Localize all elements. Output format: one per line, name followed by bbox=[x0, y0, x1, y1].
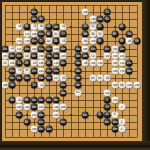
white-stone[interactable]: 202 bbox=[16, 104, 23, 111]
black-stone[interactable]: 189 bbox=[60, 89, 67, 96]
black-stone[interactable]: 133 bbox=[23, 75, 30, 82]
white-stone[interactable]: 152 bbox=[111, 45, 118, 52]
black-stone[interactable]: 81 bbox=[23, 119, 30, 126]
white-stone[interactable]: 36 bbox=[23, 67, 30, 74]
black-stone[interactable]: 83 bbox=[9, 82, 16, 89]
black-stone[interactable]: 117 bbox=[45, 45, 52, 52]
move-number: 152 bbox=[112, 47, 117, 50]
move-number: 225 bbox=[112, 128, 117, 131]
move-number: 164 bbox=[24, 106, 29, 109]
move-number: 217 bbox=[105, 121, 110, 124]
move-number: 138 bbox=[39, 62, 44, 65]
black-stone[interactable]: 53 bbox=[82, 23, 89, 30]
move-number: 159 bbox=[46, 55, 51, 58]
black-stone[interactable]: 219 bbox=[111, 119, 118, 126]
move-number: 46 bbox=[127, 40, 131, 43]
move-number: 102 bbox=[90, 62, 95, 65]
white-stone[interactable]: 168 bbox=[111, 67, 118, 74]
move-number: 105 bbox=[54, 25, 59, 28]
move-number: 27 bbox=[39, 40, 43, 43]
black-stone[interactable]: 225 bbox=[111, 126, 118, 133]
move-number: 163 bbox=[76, 55, 81, 58]
black-stone[interactable]: 191 bbox=[31, 97, 38, 104]
move-number: 186 bbox=[2, 84, 7, 87]
white-stone[interactable]: 60 bbox=[75, 89, 82, 96]
move-number: 6 bbox=[121, 128, 123, 131]
black-stone[interactable]: 19 bbox=[133, 38, 140, 45]
white-stone[interactable]: 24 bbox=[31, 60, 38, 67]
white-stone[interactable]: 32 bbox=[97, 31, 104, 38]
black-stone[interactable]: 97 bbox=[38, 16, 45, 23]
white-stone[interactable]: 76 bbox=[31, 23, 38, 30]
move-number: 214 bbox=[32, 113, 37, 116]
black-stone[interactable]: 221 bbox=[38, 126, 45, 133]
move-number: 215 bbox=[61, 121, 66, 124]
white-stone[interactable]: 30 bbox=[53, 31, 60, 38]
white-stone[interactable]: 186 bbox=[1, 82, 8, 89]
move-number: 156 bbox=[112, 55, 117, 58]
move-number: 14 bbox=[39, 84, 43, 87]
white-stone[interactable]: 58 bbox=[60, 38, 67, 45]
move-number: 111 bbox=[32, 11, 37, 14]
black-stone[interactable]: 161 bbox=[53, 53, 60, 60]
black-stone[interactable]: 95 bbox=[45, 31, 52, 38]
black-stone[interactable]: 207 bbox=[16, 111, 23, 118]
black-stone[interactable]: 185 bbox=[75, 75, 82, 82]
black-stone[interactable]: 149 bbox=[97, 16, 104, 23]
move-number: 68 bbox=[25, 54, 29, 57]
move-number: 155 bbox=[17, 55, 22, 58]
white-stone[interactable]: 6 bbox=[119, 126, 126, 133]
move-number: 123 bbox=[24, 47, 29, 50]
move-number: 51 bbox=[105, 10, 109, 13]
move-number: 11 bbox=[32, 84, 36, 87]
move-number: 202 bbox=[17, 106, 22, 109]
black-stone[interactable]: 109 bbox=[31, 16, 38, 23]
move-number: 179 bbox=[54, 69, 59, 72]
white-stone[interactable]: 206 bbox=[60, 104, 67, 111]
move-number: 112 bbox=[17, 47, 22, 50]
move-number: 38 bbox=[91, 32, 95, 35]
move-number: 80 bbox=[39, 25, 43, 28]
move-number: 92 bbox=[105, 76, 109, 79]
white-stone[interactable]: 176 bbox=[53, 45, 60, 52]
move-number: 33 bbox=[120, 40, 124, 43]
white-stone[interactable]: 126 bbox=[9, 60, 16, 67]
move-number: 118 bbox=[24, 40, 29, 43]
black-stone[interactable]: 113 bbox=[38, 31, 45, 38]
black-stone[interactable]: 241 bbox=[45, 97, 52, 104]
move-number: 189 bbox=[61, 91, 66, 94]
move-number: 29 bbox=[54, 40, 58, 43]
move-number: 53 bbox=[83, 25, 87, 28]
black-stone[interactable]: 123 bbox=[23, 45, 30, 52]
move-number: 125 bbox=[61, 47, 66, 50]
move-number: 97 bbox=[39, 18, 43, 21]
move-number: 60 bbox=[76, 91, 80, 94]
white-stone[interactable]: 106 bbox=[126, 82, 133, 89]
move-number: 36 bbox=[25, 69, 29, 72]
black-stone[interactable]: 59 bbox=[126, 31, 133, 38]
black-stone[interactable]: 7 bbox=[104, 97, 111, 104]
black-stone[interactable]: 175 bbox=[31, 67, 38, 74]
white-stone[interactable]: 134 bbox=[97, 60, 104, 67]
black-stone[interactable]: 25 bbox=[45, 60, 52, 67]
white-stone[interactable]: 158 bbox=[38, 53, 45, 60]
black-stone[interactable]: 165 bbox=[82, 53, 89, 60]
move-number: 18 bbox=[17, 25, 21, 28]
move-number: 130 bbox=[112, 99, 117, 102]
white-stone[interactable]: 4 bbox=[119, 104, 126, 111]
white-stone[interactable]: 46 bbox=[126, 38, 133, 45]
white-stone[interactable]: 62 bbox=[89, 23, 96, 30]
black-stone[interactable]: 93 bbox=[23, 97, 30, 104]
white-stone[interactable]: 108 bbox=[133, 82, 140, 89]
star-point bbox=[26, 114, 28, 116]
black-stone[interactable]: 31 bbox=[23, 23, 30, 30]
white-stone[interactable]: 164 bbox=[23, 104, 30, 111]
move-number: 204 bbox=[39, 106, 44, 109]
black-stone[interactable]: 9 bbox=[97, 111, 104, 118]
move-number: 137 bbox=[46, 77, 51, 80]
black-stone[interactable]: 99 bbox=[82, 31, 89, 38]
move-number: 35 bbox=[98, 40, 102, 43]
move-number: 133 bbox=[24, 77, 29, 80]
move-number: 241 bbox=[46, 99, 51, 102]
white-stone[interactable]: 148 bbox=[89, 16, 96, 23]
move-number: 176 bbox=[54, 47, 59, 50]
star-point bbox=[114, 26, 116, 28]
white-stone[interactable]: 92 bbox=[104, 75, 111, 82]
move-number: 207 bbox=[17, 113, 22, 116]
white-stone[interactable]: 100 bbox=[31, 45, 38, 52]
move-number: 58 bbox=[61, 40, 65, 43]
black-stone[interactable]: 163 bbox=[75, 53, 82, 60]
move-number: 198 bbox=[83, 11, 88, 14]
move-number: 117 bbox=[46, 47, 51, 50]
move-number: 16 bbox=[3, 62, 7, 65]
star-point bbox=[70, 26, 72, 28]
move-number: 205 bbox=[32, 106, 37, 109]
move-number: 230 bbox=[32, 128, 37, 131]
black-stone[interactable]: 121 bbox=[1, 45, 8, 52]
move-number: 146 bbox=[54, 62, 59, 65]
white-stone[interactable]: 50 bbox=[89, 53, 96, 60]
black-stone[interactable]: 155 bbox=[16, 53, 23, 60]
black-stone[interactable]: 87 bbox=[111, 31, 118, 38]
black-stone[interactable]: 135 bbox=[38, 75, 45, 82]
white-stone[interactable]: 42 bbox=[60, 23, 67, 30]
black-stone[interactable]: 11 bbox=[31, 82, 38, 89]
move-number: 120 bbox=[120, 55, 125, 58]
black-stone[interactable]: 35 bbox=[97, 38, 104, 45]
move-number: 128 bbox=[32, 33, 37, 36]
black-stone[interactable]: 145 bbox=[119, 45, 126, 52]
black-stone[interactable]: 217 bbox=[104, 119, 111, 126]
black-stone[interactable]: 159 bbox=[45, 53, 52, 60]
black-stone[interactable]: 21 bbox=[16, 60, 23, 67]
white-stone[interactable]: 198 bbox=[82, 9, 89, 16]
black-stone[interactable]: 169 bbox=[75, 60, 82, 67]
move-number: 188 bbox=[112, 84, 117, 87]
move-number: 183 bbox=[127, 69, 132, 72]
black-stone[interactable]: 29 bbox=[53, 38, 60, 45]
move-number: 26 bbox=[61, 76, 65, 79]
white-stone[interactable]: 8 bbox=[111, 111, 118, 118]
black-stone[interactable]: 171 bbox=[126, 60, 133, 67]
white-stone[interactable]: 190 bbox=[89, 38, 96, 45]
black-stone[interactable]: 209 bbox=[38, 111, 45, 118]
white-stone[interactable]: 150 bbox=[1, 53, 8, 60]
move-number: 121 bbox=[2, 47, 7, 50]
black-stone[interactable]: 143 bbox=[89, 45, 96, 52]
white-stone[interactable]: 118 bbox=[23, 38, 30, 45]
move-number: 103 bbox=[61, 84, 66, 87]
white-stone[interactable]: 144 bbox=[104, 89, 111, 96]
white-stone[interactable]: 10 bbox=[53, 75, 60, 82]
move-number: 157 bbox=[32, 55, 37, 58]
move-number: 63 bbox=[98, 25, 102, 28]
black-stone[interactable]: 103 bbox=[60, 82, 67, 89]
move-number: 167 bbox=[61, 62, 66, 65]
white-stone[interactable]: 80 bbox=[38, 23, 45, 30]
white-stone[interactable]: 90 bbox=[45, 38, 52, 45]
move-number: 45 bbox=[120, 25, 124, 28]
white-stone[interactable]: 120 bbox=[119, 53, 126, 60]
white-stone[interactable]: 34 bbox=[16, 67, 23, 74]
black-stone[interactable]: 51 bbox=[104, 9, 111, 16]
move-number: 134 bbox=[98, 62, 103, 65]
white-stone[interactable]: 38 bbox=[89, 31, 96, 38]
black-stone[interactable]: 27 bbox=[38, 38, 45, 45]
black-stone[interactable]: 101 bbox=[38, 97, 45, 104]
white-stone[interactable]: 18 bbox=[16, 23, 23, 30]
white-stone[interactable]: 98 bbox=[119, 82, 126, 89]
white-stone[interactable]: 122 bbox=[104, 53, 111, 60]
move-number: 161 bbox=[54, 55, 59, 58]
move-number: 98 bbox=[120, 84, 124, 87]
move-number: 126 bbox=[10, 62, 15, 65]
black-stone[interactable]: 153 bbox=[9, 53, 16, 60]
move-number: 158 bbox=[39, 55, 44, 58]
black-stone[interactable]: 173 bbox=[9, 67, 16, 74]
black-stone[interactable]: 15 bbox=[104, 111, 111, 118]
go-kifu-screenshot: 1111985110997148149611831768043105425362… bbox=[0, 0, 150, 150]
white-stone[interactable]: 68 bbox=[23, 53, 30, 60]
black-stone[interactable]: 43 bbox=[45, 23, 52, 30]
white-stone[interactable]: 156 bbox=[111, 53, 118, 60]
move-number: 81 bbox=[25, 120, 29, 123]
move-number: 106 bbox=[127, 84, 132, 87]
white-stone[interactable]: 170 bbox=[119, 67, 126, 74]
black-stone[interactable]: 215 bbox=[60, 119, 67, 126]
move-number: 101 bbox=[39, 99, 44, 102]
move-number: 135 bbox=[39, 77, 44, 80]
black-stone[interactable]: 125 bbox=[60, 45, 67, 52]
move-number: 34 bbox=[17, 69, 21, 72]
move-number: 190 bbox=[90, 40, 95, 43]
white-stone[interactable]: 104 bbox=[38, 67, 45, 74]
move-number: 144 bbox=[105, 91, 110, 94]
move-number: 77 bbox=[61, 32, 65, 35]
move-number: 153 bbox=[10, 55, 15, 58]
white-stone[interactable]: 130 bbox=[111, 97, 118, 104]
white-stone[interactable]: 214 bbox=[31, 111, 38, 118]
black-stone[interactable]: 147 bbox=[104, 45, 111, 52]
move-number: 209 bbox=[39, 113, 44, 116]
move-number: 30 bbox=[54, 32, 58, 35]
move-number: 93 bbox=[25, 98, 29, 101]
black-stone[interactable]: 61 bbox=[104, 16, 111, 23]
move-number: 129 bbox=[10, 77, 15, 80]
black-stone[interactable]: 115 bbox=[31, 38, 38, 45]
move-number: 141 bbox=[76, 47, 81, 50]
move-number: 221 bbox=[39, 128, 44, 131]
black-stone[interactable]: 13 bbox=[104, 104, 111, 111]
white-stone[interactable]: 200 bbox=[53, 111, 60, 118]
move-number: 211 bbox=[83, 113, 88, 116]
white-stone[interactable]: 26 bbox=[60, 75, 67, 82]
grid-line bbox=[5, 93, 137, 94]
move-number: 168 bbox=[112, 69, 117, 72]
move-number: 10 bbox=[54, 76, 58, 79]
black-stone[interactable]: 77 bbox=[60, 31, 67, 38]
white-stone[interactable]: 96 bbox=[97, 75, 104, 82]
move-number: 21 bbox=[17, 62, 21, 65]
grid-line bbox=[5, 137, 137, 138]
go-board[interactable]: 1111985110997148149611831768043105425362… bbox=[0, 0, 150, 150]
move-number: 181 bbox=[76, 69, 81, 72]
move-number: 165 bbox=[83, 55, 88, 58]
move-number: 114 bbox=[24, 33, 29, 36]
white-stone[interactable]: 116 bbox=[16, 38, 23, 45]
move-number: 150 bbox=[2, 55, 7, 58]
white-stone[interactable]: 48 bbox=[82, 60, 89, 67]
move-number: 142 bbox=[120, 62, 125, 65]
white-stone[interactable]: 230 bbox=[31, 126, 38, 133]
star-point bbox=[70, 114, 72, 116]
white-stone[interactable]: 114 bbox=[23, 31, 30, 38]
move-number: 32 bbox=[98, 32, 102, 35]
black-stone[interactable]: 201 bbox=[53, 97, 60, 104]
move-number: 99 bbox=[83, 32, 87, 35]
black-stone[interactable]: 23 bbox=[23, 60, 30, 67]
move-number: 96 bbox=[98, 76, 102, 79]
white-stone[interactable]: 142 bbox=[119, 60, 126, 67]
white-stone[interactable]: 14 bbox=[38, 82, 45, 89]
black-stone[interactable]: 129 bbox=[9, 75, 16, 82]
white-stone[interactable]: 112 bbox=[16, 45, 23, 52]
white-stone[interactable]: 20 bbox=[16, 97, 23, 104]
black-stone[interactable]: 157 bbox=[31, 53, 38, 60]
white-stone[interactable]: 204 bbox=[38, 104, 45, 111]
move-number: 223 bbox=[46, 128, 51, 131]
move-number: 84 bbox=[83, 40, 87, 43]
white-stone[interactable]: 16 bbox=[1, 60, 8, 67]
white-stone[interactable]: 94 bbox=[89, 75, 96, 82]
move-number: 9 bbox=[99, 113, 101, 116]
move-number: 42 bbox=[61, 25, 65, 28]
move-number: 116 bbox=[17, 40, 22, 43]
black-stone[interactable]: 111 bbox=[31, 9, 38, 16]
black-stone[interactable]: 179 bbox=[53, 67, 60, 74]
move-number: 100 bbox=[32, 47, 37, 50]
move-number: 166 bbox=[112, 62, 117, 65]
black-stone[interactable]: 167 bbox=[60, 60, 67, 67]
move-number: 13 bbox=[105, 106, 109, 109]
black-stone[interactable]: 223 bbox=[45, 126, 52, 133]
board-frame-bottom bbox=[0, 141, 150, 150]
move-number: 169 bbox=[76, 62, 81, 65]
black-stone[interactable]: 105 bbox=[53, 23, 60, 30]
black-stone[interactable]: 91 bbox=[9, 97, 16, 104]
move-number: 90 bbox=[47, 40, 51, 43]
white-stone[interactable]: 196 bbox=[53, 104, 60, 111]
move-number: 8 bbox=[114, 113, 116, 116]
black-stone[interactable]: 137 bbox=[45, 75, 52, 82]
move-number: 171 bbox=[127, 62, 132, 65]
black-stone[interactable]: 205 bbox=[31, 104, 38, 111]
move-number: 119 bbox=[39, 47, 44, 50]
move-number: 175 bbox=[32, 69, 37, 72]
white-stone[interactable]: 146 bbox=[53, 60, 60, 67]
white-stone[interactable]: 166 bbox=[111, 60, 118, 67]
white-stone[interactable]: 160 bbox=[60, 53, 67, 60]
move-number: 87 bbox=[113, 32, 117, 35]
move-number: 22 bbox=[10, 47, 14, 50]
black-stone[interactable]: 45 bbox=[119, 23, 126, 30]
white-stone[interactable]: 84 bbox=[82, 38, 89, 45]
black-stone[interactable]: 187 bbox=[75, 82, 82, 89]
white-stone[interactable]: 2 bbox=[119, 119, 126, 126]
move-number: 19 bbox=[135, 40, 139, 43]
move-number: 196 bbox=[54, 106, 59, 109]
white-stone[interactable]: 188 bbox=[111, 82, 118, 89]
white-stone[interactable]: 102 bbox=[89, 60, 96, 67]
black-stone[interactable]: 181 bbox=[75, 67, 82, 74]
move-number: 219 bbox=[112, 121, 117, 124]
white-stone[interactable]: 128 bbox=[31, 31, 38, 38]
black-stone[interactable]: 177 bbox=[45, 67, 52, 74]
move-number: 173 bbox=[10, 69, 15, 72]
move-number: 113 bbox=[39, 33, 44, 36]
black-stone[interactable]: 213 bbox=[38, 119, 45, 126]
black-stone[interactable]: 119 bbox=[38, 45, 45, 52]
black-stone[interactable]: 211 bbox=[82, 111, 89, 118]
move-number: 4 bbox=[121, 106, 123, 109]
black-stone[interactable]: 63 bbox=[97, 23, 104, 30]
black-stone[interactable]: 33 bbox=[119, 38, 126, 45]
board-frame-left bbox=[0, 0, 2, 150]
white-stone[interactable]: 180 bbox=[82, 45, 89, 52]
move-number: 23 bbox=[25, 62, 29, 65]
move-number: 15 bbox=[105, 113, 109, 116]
white-stone[interactable]: 138 bbox=[38, 60, 45, 67]
move-number: 191 bbox=[32, 99, 37, 102]
black-stone[interactable]: 131 bbox=[16, 75, 23, 82]
board-frame-top bbox=[0, 0, 150, 2]
white-stone[interactable]: 22 bbox=[9, 45, 16, 52]
black-stone[interactable]: 141 bbox=[75, 45, 82, 52]
black-stone[interactable]: 183 bbox=[126, 67, 133, 74]
move-number: 50 bbox=[91, 54, 95, 57]
move-number: 20 bbox=[17, 98, 21, 101]
move-number: 109 bbox=[32, 18, 37, 21]
move-number: 185 bbox=[76, 77, 81, 80]
move-number: 48 bbox=[83, 62, 87, 65]
move-number: 2 bbox=[121, 120, 123, 123]
move-number: 59 bbox=[127, 32, 131, 35]
